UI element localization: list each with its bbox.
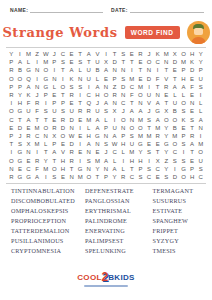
grid-cell[interactable]: N <box>153 91 162 99</box>
grid-cell[interactable]: O <box>171 116 180 124</box>
grid-cell[interactable]: C <box>145 173 154 181</box>
grid-cell[interactable]: I <box>76 124 85 132</box>
grid-cell[interactable]: Z <box>33 50 42 58</box>
grid-cell[interactable]: T <box>41 148 50 156</box>
grid-cell[interactable]: S <box>76 58 85 66</box>
grid-cell[interactable]: C <box>119 99 128 107</box>
grid-cell[interactable]: S <box>76 83 85 91</box>
grid-cell[interactable]: E <box>59 173 68 181</box>
grid-cell[interactable]: A <box>179 83 188 91</box>
grid-cell[interactable]: I <box>110 116 119 124</box>
grid-cell[interactable]: A <box>128 107 137 115</box>
grid-cell[interactable]: T <box>162 99 171 107</box>
grid-cell[interactable]: I <box>33 148 42 156</box>
grid-cell[interactable]: F <box>33 107 42 115</box>
grid-cell[interactable]: T <box>153 83 162 91</box>
grid-cell[interactable]: E <box>76 132 85 140</box>
grid-cell[interactable]: O <box>136 124 145 132</box>
grid-cell[interactable]: U <box>196 156 205 164</box>
grid-cell[interactable]: R <box>33 99 42 107</box>
grid-cell[interactable]: N <box>119 124 128 132</box>
grid-cell[interactable]: U <box>67 107 76 115</box>
grid-cell[interactable]: S <box>84 156 93 164</box>
grid-cell[interactable]: I <box>50 66 59 74</box>
grid-cell[interactable]: C <box>128 173 137 181</box>
grid-cell[interactable]: S <box>196 83 205 91</box>
grid-cell[interactable]: K <box>188 58 197 66</box>
grid-cell[interactable]: T <box>110 50 119 58</box>
grid-cell[interactable]: N <box>102 132 111 140</box>
grid-cell[interactable]: A <box>24 83 33 91</box>
grid-cell[interactable]: H <box>59 165 68 173</box>
grid-cell[interactable]: H <box>136 156 145 164</box>
grid-cell[interactable]: I <box>41 99 50 107</box>
grid-cell[interactable]: T <box>33 116 42 124</box>
grid-cell[interactable]: A <box>102 156 111 164</box>
grid-cell[interactable]: H <box>188 50 197 58</box>
grid-cell[interactable]: F <box>33 165 42 173</box>
grid-cell[interactable]: U <box>110 124 119 132</box>
grid-cell[interactable]: E <box>16 165 25 173</box>
grid-cell[interactable]: X <box>24 140 33 148</box>
grid-cell[interactable]: L <box>110 156 119 164</box>
grid-cell[interactable]: X <box>153 156 162 164</box>
grid-cell[interactable]: P <box>110 75 119 83</box>
grid-cell[interactable]: C <box>196 173 205 181</box>
grid-cell[interactable]: L <box>84 124 93 132</box>
grid-cell[interactable]: Y <box>93 165 102 173</box>
grid-cell[interactable]: W <box>41 50 50 58</box>
grid-cell[interactable]: L <box>24 58 33 66</box>
grid-cell[interactable]: T <box>67 165 76 173</box>
grid-cell[interactable]: C <box>7 116 16 124</box>
grid-cell[interactable]: J <box>102 148 111 156</box>
grid-cell[interactable]: R <box>84 107 93 115</box>
grid-cell[interactable]: T <box>84 58 93 66</box>
grid-cell[interactable]: D <box>188 66 197 74</box>
grid-cell[interactable]: B <box>93 66 102 74</box>
grid-cell[interactable]: R <box>136 50 145 58</box>
grid-cell[interactable]: N <box>145 66 154 74</box>
grid-cell[interactable]: S <box>196 165 205 173</box>
grid-cell[interactable]: G <box>179 165 188 173</box>
grid-cell[interactable]: T <box>171 75 180 83</box>
grid-cell[interactable]: A <box>84 50 93 58</box>
grid-cell[interactable]: E <box>67 58 76 66</box>
grid-cell[interactable]: O <box>196 148 205 156</box>
grid-cell[interactable]: P <box>7 83 16 91</box>
grid-cell[interactable]: T <box>153 148 162 156</box>
grid-cell[interactable]: C <box>153 165 162 173</box>
grid-cell[interactable]: H <box>119 140 128 148</box>
grid-cell[interactable]: A <box>110 132 119 140</box>
grid-cell[interactable]: U <box>171 99 180 107</box>
grid-cell[interactable]: V <box>162 75 171 83</box>
grid-cell[interactable]: N <box>119 66 128 74</box>
grid-cell[interactable]: C <box>59 50 68 58</box>
grid-cell[interactable]: P <box>188 165 197 173</box>
grid-cell[interactable]: G <box>16 173 25 181</box>
grid-cell[interactable]: M <box>24 50 33 58</box>
grid-cell[interactable]: N <box>196 124 205 132</box>
grid-cell[interactable]: R <box>59 116 68 124</box>
grid-cell[interactable]: W <box>110 140 119 148</box>
grid-cell[interactable]: P <box>102 124 111 132</box>
grid-cell[interactable]: N <box>7 165 16 173</box>
grid-cell[interactable]: S <box>179 156 188 164</box>
grid-cell[interactable]: J <box>119 107 128 115</box>
grid-cell[interactable]: L <box>171 91 180 99</box>
grid-cell[interactable]: C <box>128 83 137 91</box>
grid-cell[interactable]: L <box>179 91 188 99</box>
grid-cell[interactable]: H <box>59 156 68 164</box>
grid-cell[interactable]: N <box>110 66 119 74</box>
grid-cell[interactable]: C <box>33 132 42 140</box>
grid-cell[interactable]: V <box>59 148 68 156</box>
grid-cell[interactable]: U <box>128 140 137 148</box>
grid-cell[interactable]: R <box>188 132 197 140</box>
grid-cell[interactable]: T <box>128 58 137 66</box>
grid-cell[interactable]: H <box>188 173 197 181</box>
grid-cell[interactable]: A <box>16 58 25 66</box>
grid-cell[interactable]: I <box>84 83 93 91</box>
grid-cell[interactable]: G <box>16 107 25 115</box>
grid-cell[interactable]: N <box>67 124 76 132</box>
grid-cell[interactable]: K <box>67 75 76 83</box>
grid-cell[interactable]: T <box>93 173 102 181</box>
grid-cell[interactable]: S <box>41 107 50 115</box>
grid-cell[interactable]: Z <box>110 83 119 91</box>
grid-cell[interactable]: O <box>7 107 16 115</box>
grid-cell[interactable]: R <box>162 83 171 91</box>
grid-cell[interactable]: M <box>153 124 162 132</box>
grid-cell[interactable]: F <box>153 75 162 83</box>
grid-cell[interactable]: S <box>145 148 154 156</box>
grid-cell[interactable]: M <box>128 75 137 83</box>
grid-cell[interactable]: S <box>102 107 111 115</box>
grid-cell[interactable]: T <box>59 66 68 74</box>
grid-cell[interactable]: C <box>171 148 180 156</box>
grid-cell[interactable]: M <box>76 173 85 181</box>
grid-cell[interactable]: Z <box>162 156 171 164</box>
grid-cell[interactable]: U <box>93 107 102 115</box>
grid-cell[interactable]: S <box>136 173 145 181</box>
grid-cell[interactable]: U <box>24 107 33 115</box>
grid-cell[interactable]: U <box>196 75 205 83</box>
grid-cell[interactable]: A <box>93 83 102 91</box>
grid-cell[interactable]: S <box>119 75 128 83</box>
grid-cell[interactable]: O <box>136 91 145 99</box>
grid-cell[interactable]: O <box>7 156 16 164</box>
grid-cell[interactable]: G <box>162 140 171 148</box>
grid-cell[interactable]: Y <box>162 148 171 156</box>
date-input-line[interactable] <box>130 6 204 13</box>
grid-cell[interactable]: R <box>110 91 119 99</box>
grid-cell[interactable]: I <box>196 91 205 99</box>
grid-cell[interactable]: P <box>7 132 16 140</box>
grid-cell[interactable]: O <box>41 66 50 74</box>
grid-cell[interactable]: Y <box>41 156 50 164</box>
grid-cell[interactable]: Y <box>196 50 205 58</box>
grid-cell[interactable]: O <box>128 124 137 132</box>
grid-cell[interactable]: N <box>84 148 93 156</box>
grid-cell[interactable]: S <box>59 107 68 115</box>
grid-cell[interactable]: D <box>59 124 68 132</box>
grid-cell[interactable]: P <box>179 132 188 140</box>
grid-cell[interactable]: M <box>41 58 50 66</box>
grid-cell[interactable]: G <box>136 140 145 148</box>
grid-cell[interactable]: O <box>119 116 128 124</box>
grid-cell[interactable]: I <box>119 156 128 164</box>
grid-cell[interactable]: N <box>119 91 128 99</box>
grid-cell[interactable]: R <box>7 173 16 181</box>
grid-cell[interactable]: L <box>119 148 128 156</box>
grid-cell[interactable]: Y <box>110 173 119 181</box>
grid-cell[interactable]: L <box>196 99 205 107</box>
grid-cell[interactable]: P <box>7 58 16 66</box>
grid-cell[interactable]: I <box>76 140 85 148</box>
grid-cell[interactable]: D <box>171 58 180 66</box>
grid-cell[interactable]: T <box>188 148 197 156</box>
grid-cell[interactable]: H <box>179 75 188 83</box>
grid-cell[interactable]: A <box>93 116 102 124</box>
grid-cell[interactable]: P <box>50 140 59 148</box>
grid-cell[interactable]: S <box>128 132 137 140</box>
grid-cell[interactable]: O <box>59 132 68 140</box>
grid-cell[interactable]: E <box>24 156 33 164</box>
grid-cell[interactable]: T <box>145 124 154 132</box>
grid-cell[interactable]: R <box>33 156 42 164</box>
grid-cell[interactable]: X <box>50 132 59 140</box>
grid-cell[interactable]: X <box>102 58 111 66</box>
grid-cell[interactable]: E <box>171 66 180 74</box>
grid-cell[interactable]: N <box>50 75 59 83</box>
grid-cell[interactable]: I <box>179 148 188 156</box>
grid-cell[interactable]: O <box>41 124 50 132</box>
grid-cell[interactable]: T <box>41 116 50 124</box>
grid-cell[interactable]: M <box>196 140 205 148</box>
grid-cell[interactable]: S <box>145 165 154 173</box>
grid-cell[interactable]: I <box>33 75 42 83</box>
grid-cell[interactable]: T <box>188 124 197 132</box>
grid-cell[interactable]: C <box>153 58 162 66</box>
grid-cell[interactable]: O <box>179 50 188 58</box>
grid-cell[interactable]: K <box>179 116 188 124</box>
grid-cell[interactable]: Q <box>84 99 93 107</box>
grid-cell[interactable]: S <box>145 116 154 124</box>
grid-cell[interactable]: U <box>84 66 93 74</box>
grid-cell[interactable]: O <box>84 173 93 181</box>
grid-cell[interactable]: A <box>50 148 59 156</box>
grid-cell[interactable]: A <box>153 116 162 124</box>
grid-cell[interactable]: T <box>128 165 137 173</box>
grid-cell[interactable]: P <box>119 132 128 140</box>
grid-cell[interactable]: P <box>196 66 205 74</box>
grid-cell[interactable]: I <box>76 156 85 164</box>
grid-cell[interactable]: E <box>188 156 197 164</box>
grid-cell[interactable]: M <box>33 140 42 148</box>
grid-cell[interactable]: O <box>50 165 59 173</box>
grid-cell[interactable]: E <box>128 50 137 58</box>
grid-cell[interactable]: E <box>188 75 197 83</box>
grid-cell[interactable]: M <box>145 132 154 140</box>
grid-cell[interactable]: G <box>24 66 33 74</box>
grid-cell[interactable]: T <box>136 66 145 74</box>
grid-cell[interactable]: M <box>179 58 188 66</box>
grid-cell[interactable]: S <box>59 58 68 66</box>
grid-cell[interactable]: O <box>16 75 25 83</box>
grid-cell[interactable]: D <box>171 173 180 181</box>
grid-cell[interactable]: O <box>179 99 188 107</box>
grid-cell[interactable]: G <box>16 148 25 156</box>
grid-cell[interactable]: A <box>102 66 111 74</box>
grid-cell[interactable]: T <box>7 140 16 148</box>
grid-cell[interactable]: G <box>93 132 102 140</box>
grid-cell[interactable]: R <box>7 66 16 74</box>
grid-cell[interactable]: Y <box>16 91 25 99</box>
grid-cell[interactable]: N <box>84 165 93 173</box>
grid-cell[interactable]: J <box>33 91 42 99</box>
grid-cell[interactable]: M <box>136 132 145 140</box>
grid-cell[interactable]: E <box>67 50 76 58</box>
grid-cell[interactable]: I <box>16 50 25 58</box>
grid-cell[interactable]: N <box>102 83 111 91</box>
grid-cell[interactable]: A <box>136 107 145 115</box>
grid-cell[interactable]: C <box>24 165 33 173</box>
grid-cell[interactable]: A <box>84 140 93 148</box>
grid-cell[interactable]: Y <box>162 165 171 173</box>
grid-cell[interactable]: R <box>24 132 33 140</box>
grid-cell[interactable]: T <box>76 50 85 58</box>
grid-cell[interactable]: P <box>16 83 25 91</box>
grid-cell[interactable]: A <box>93 124 102 132</box>
grid-cell[interactable]: L <box>119 165 128 173</box>
grid-cell[interactable]: I <box>145 156 154 164</box>
grid-cell[interactable]: T <box>76 99 85 107</box>
grid-cell[interactable]: O <box>59 83 68 91</box>
grid-cell[interactable]: E <box>145 140 154 148</box>
grid-cell[interactable]: L <box>76 66 85 74</box>
grid-cell[interactable]: P <box>102 173 111 181</box>
grid-cell[interactable]: S <box>67 83 76 91</box>
grid-cell[interactable]: T <box>16 116 25 124</box>
grid-cell[interactable]: P <box>41 91 50 99</box>
grid-cell[interactable]: M <box>171 132 180 140</box>
grid-cell[interactable]: E <box>76 148 85 156</box>
grid-cell[interactable]: S <box>162 173 171 181</box>
grid-cell[interactable]: P <box>50 58 59 66</box>
grid-cell[interactable]: N <box>24 148 33 156</box>
grid-cell[interactable]: E <box>50 116 59 124</box>
grid-cell[interactable]: D <box>145 75 154 83</box>
grid-cell[interactable]: X <box>162 107 171 115</box>
grid-cell[interactable]: S <box>119 50 128 58</box>
grid-cell[interactable]: Y <box>196 58 205 66</box>
grid-cell[interactable]: K <box>24 91 33 99</box>
grid-cell[interactable]: H <box>16 99 25 107</box>
grid-cell[interactable]: T <box>119 58 128 66</box>
grid-cell[interactable]: D <box>67 140 76 148</box>
grid-cell[interactable]: A <box>67 66 76 74</box>
grid-cell[interactable]: O <box>179 173 188 181</box>
grid-cell[interactable]: P <box>59 99 68 107</box>
grid-cell[interactable]: F <box>128 91 137 99</box>
grid-cell[interactable]: E <box>153 173 162 181</box>
grid-cell[interactable]: D <box>110 58 119 66</box>
grid-cell[interactable]: U <box>84 75 93 83</box>
grid-cell[interactable]: J <box>93 99 102 107</box>
grid-cell[interactable]: J <box>145 50 154 58</box>
grid-cell[interactable]: S <box>16 140 25 148</box>
grid-cell[interactable]: Y <box>7 50 16 58</box>
grid-cell[interactable]: E <box>179 124 188 132</box>
grid-cell[interactable]: N <box>67 173 76 181</box>
grid-cell[interactable]: Y <box>136 148 145 156</box>
grid-cell[interactable]: T <box>50 156 59 164</box>
grid-cell[interactable]: M <box>162 50 171 58</box>
grid-cell[interactable]: I <box>7 148 16 156</box>
grid-cell[interactable]: L <box>93 75 102 83</box>
grid-cell[interactable]: V <box>145 99 154 107</box>
grid-cell[interactable]: A <box>153 99 162 107</box>
grid-cell[interactable]: P <box>179 66 188 74</box>
grid-cell[interactable]: O <box>162 116 171 124</box>
grid-cell[interactable]: A <box>188 140 197 148</box>
grid-cell[interactable]: K <box>153 50 162 58</box>
grid-cell[interactable]: A <box>171 83 180 91</box>
grid-cell[interactable]: I <box>7 99 16 107</box>
name-input-line[interactable] <box>30 6 103 13</box>
grid-cell[interactable]: M <box>136 116 145 124</box>
grid-cell[interactable]: L <box>41 140 50 148</box>
grid-cell[interactable]: A <box>102 99 111 107</box>
grid-cell[interactable]: E <box>24 124 33 132</box>
grid-cell[interactable]: L <box>196 107 205 115</box>
grid-cell[interactable]: O <box>171 140 180 148</box>
grid-cell[interactable]: L <box>102 116 111 124</box>
grid-cell[interactable]: U <box>50 107 59 115</box>
grid-cell[interactable]: F <box>188 83 197 91</box>
grid-cell[interactable]: W <box>67 132 76 140</box>
grid-cell[interactable]: S <box>171 156 180 164</box>
grid-cell[interactable]: E <box>136 58 145 66</box>
grid-cell[interactable]: J <box>16 132 25 140</box>
grid-cell[interactable]: A <box>196 116 205 124</box>
grid-cell[interactable]: G <box>16 156 25 164</box>
grid-cell[interactable]: U <box>145 91 154 99</box>
grid-cell[interactable]: N <box>128 116 137 124</box>
grid-cell[interactable]: C <box>84 91 93 99</box>
grid-cell[interactable]: E <box>67 99 76 107</box>
grid-cell[interactable]: T <box>59 91 68 99</box>
grid-cell[interactable]: D <box>67 116 76 124</box>
grid-cell[interactable]: C <box>110 148 119 156</box>
grid-cell[interactable]: O <box>7 75 16 83</box>
grid-cell[interactable]: E <box>7 124 16 132</box>
grid-cell[interactable]: B <box>171 107 180 115</box>
grid-cell[interactable]: L <box>50 83 59 91</box>
grid-cell[interactable]: E <box>188 91 197 99</box>
grid-cell[interactable]: N <box>102 165 111 173</box>
grid-cell[interactable]: X <box>110 107 119 115</box>
grid-cell[interactable]: M <box>33 124 42 132</box>
grid-cell[interactable]: E <box>162 91 171 99</box>
grid-cell[interactable]: V <box>93 50 102 58</box>
grid-cell[interactable]: Q <box>24 75 33 83</box>
grid-cell[interactable]: M <box>128 148 137 156</box>
grid-cell[interactable]: J <box>50 50 59 58</box>
grid-cell[interactable]: R <box>67 148 76 156</box>
